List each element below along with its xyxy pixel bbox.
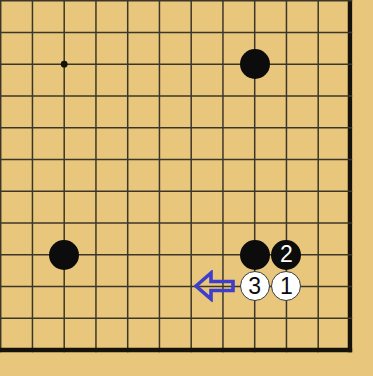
stone-black[interactable]: [49, 240, 79, 270]
stone-black[interactable]: [240, 49, 270, 79]
go-board-diagram[interactable]: 231: [0, 0, 373, 376]
stone-white-3[interactable]: 3: [240, 271, 270, 301]
stone-number-label: 3: [248, 274, 261, 297]
star-point: [61, 61, 68, 68]
stone-number-label: 1: [280, 274, 293, 297]
stone-number-label: 2: [280, 243, 293, 266]
stone-black[interactable]: [240, 240, 270, 270]
stone-black-2[interactable]: 2: [271, 240, 301, 270]
go-board-grid: [0, 0, 373, 376]
